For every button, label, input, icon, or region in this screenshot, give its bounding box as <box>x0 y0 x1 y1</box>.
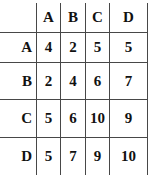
cell-D-A: 5 <box>37 138 61 175</box>
row-header-B: B <box>0 63 37 100</box>
cell-C-B: 6 <box>61 100 86 138</box>
cell-A-A: 4 <box>37 33 61 63</box>
matrix-table: ABCDA4255B2467C56109D57910 <box>0 3 148 175</box>
cell-C-A: 5 <box>37 100 61 138</box>
col-header-D: D <box>110 3 148 33</box>
matrix-screenshot: ABCDA4255B2467C56109D57910 <box>0 0 167 179</box>
row-header-D: D <box>0 138 37 175</box>
col-header-C: C <box>86 3 110 33</box>
cell-C-C: 10 <box>86 100 110 138</box>
cell-D-D: 10 <box>110 138 148 175</box>
col-header-B: B <box>61 3 86 33</box>
cell-B-B: 4 <box>61 63 86 100</box>
cell-A-B: 2 <box>61 33 86 63</box>
row-header-C: C <box>0 100 37 138</box>
cell-B-D: 7 <box>110 63 148 100</box>
cell-D-C: 9 <box>86 138 110 175</box>
cell-C-D: 9 <box>110 100 148 138</box>
cell-A-D: 5 <box>110 33 148 63</box>
corner-cell <box>0 3 37 33</box>
cell-D-B: 7 <box>61 138 86 175</box>
cell-A-C: 5 <box>86 33 110 63</box>
col-header-A: A <box>37 3 61 33</box>
row-header-A: A <box>0 33 37 63</box>
cell-B-C: 6 <box>86 63 110 100</box>
cell-B-A: 2 <box>37 63 61 100</box>
